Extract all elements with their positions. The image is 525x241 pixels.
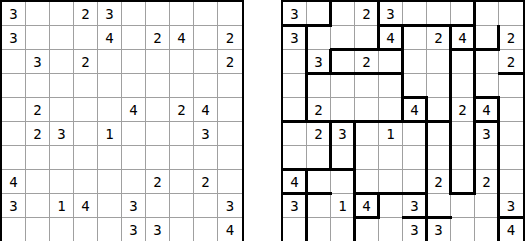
cell-r1c7: 4 <box>170 26 194 50</box>
cell-r9c7 <box>451 218 475 241</box>
cell-r3c3 <box>355 74 379 98</box>
cell-r1c7: 4 <box>451 26 475 50</box>
clue-number: 3 <box>9 31 17 45</box>
cell-r2c0 <box>2 50 26 74</box>
clue-number: 1 <box>57 199 65 213</box>
cell-r8c2: 1 <box>331 194 355 218</box>
cell-r2c9: 2 <box>218 50 242 74</box>
cell-r5c9 <box>218 122 242 146</box>
solution-cells: 323342423222424231342231433334 <box>283 2 523 241</box>
clue-number: 2 <box>507 55 515 69</box>
cell-r5c3 <box>74 122 98 146</box>
clue-number: 3 <box>386 7 394 21</box>
cell-r9c8 <box>194 218 218 241</box>
clue-number: 4 <box>290 175 298 189</box>
cell-r1c2 <box>331 26 355 50</box>
cell-r0c8 <box>194 2 218 26</box>
cell-r5c2: 3 <box>50 122 74 146</box>
cell-r6c8 <box>194 146 218 170</box>
cell-r7c7 <box>451 170 475 194</box>
cell-r3c1 <box>307 74 331 98</box>
cell-r6c6 <box>427 146 451 170</box>
clue-number: 3 <box>226 199 234 213</box>
cell-r4c2 <box>331 98 355 122</box>
clue-number: 3 <box>410 199 418 213</box>
cell-r8c7 <box>170 194 194 218</box>
cell-r7c6: 2 <box>427 170 451 194</box>
clue-number: 1 <box>386 127 394 141</box>
cell-r9c1 <box>307 218 331 241</box>
cell-r3c8 <box>194 74 218 98</box>
clue-number: 3 <box>201 127 209 141</box>
cell-r7c5 <box>122 170 146 194</box>
cell-r5c2: 3 <box>331 122 355 146</box>
clue-number: 2 <box>177 103 185 117</box>
cell-r0c9 <box>499 2 523 26</box>
cell-r5c0 <box>283 122 307 146</box>
cell-r7c0: 4 <box>283 170 307 194</box>
cell-r8c0: 3 <box>283 194 307 218</box>
cell-r4c3 <box>355 98 379 122</box>
cell-r5c9 <box>499 122 523 146</box>
cell-r4c8: 4 <box>475 98 499 122</box>
cell-r3c1 <box>26 74 50 98</box>
clue-number: 4 <box>362 199 370 213</box>
clue-number: 4 <box>105 31 113 45</box>
cell-r5c8: 3 <box>475 122 499 146</box>
cell-r9c6: 3 <box>146 218 170 241</box>
cell-r2c7 <box>170 50 194 74</box>
cell-r2c3: 2 <box>355 50 379 74</box>
cell-r4c4 <box>98 98 122 122</box>
clue-number: 4 <box>410 103 418 117</box>
clue-number: 2 <box>33 103 41 117</box>
cell-r7c8: 2 <box>194 170 218 194</box>
cell-r5c4: 1 <box>379 122 403 146</box>
cell-r6c3 <box>355 146 379 170</box>
cell-r0c5 <box>403 2 427 26</box>
clue-number: 2 <box>81 7 89 21</box>
cell-r4c8: 4 <box>194 98 218 122</box>
cell-r8c4 <box>379 194 403 218</box>
cell-r0c5 <box>122 2 146 26</box>
cell-r5c7 <box>451 122 475 146</box>
cell-r4c4 <box>379 98 403 122</box>
clue-number: 3 <box>410 223 418 237</box>
cell-r7c5 <box>403 170 427 194</box>
cell-r7c2 <box>331 170 355 194</box>
cell-r8c8 <box>194 194 218 218</box>
clue-number: 3 <box>290 31 298 45</box>
cell-r0c2 <box>50 2 74 26</box>
cell-r7c1 <box>26 170 50 194</box>
cell-r1c5 <box>403 26 427 50</box>
cell-r6c5 <box>122 146 146 170</box>
clue-number: 4 <box>81 199 89 213</box>
cell-r2c5 <box>403 50 427 74</box>
clue-number: 2 <box>434 175 442 189</box>
clue-number: 3 <box>129 199 137 213</box>
clue-number: 2 <box>314 127 322 141</box>
cell-r9c9: 4 <box>218 218 242 241</box>
cell-r0c1 <box>26 2 50 26</box>
cell-r0c3: 2 <box>74 2 98 26</box>
cell-r4c9 <box>218 98 242 122</box>
cell-r6c7 <box>170 146 194 170</box>
cell-r0c1 <box>307 2 331 26</box>
cell-r8c0: 3 <box>2 194 26 218</box>
clue-number: 3 <box>9 199 17 213</box>
cell-r9c2 <box>50 218 74 241</box>
cell-r6c3 <box>74 146 98 170</box>
cell-r1c4: 4 <box>379 26 403 50</box>
cell-r5c1: 2 <box>26 122 50 146</box>
cell-r7c3 <box>74 170 98 194</box>
cell-r4c7: 2 <box>170 98 194 122</box>
clue-number: 4 <box>201 103 209 117</box>
cell-r0c7 <box>451 2 475 26</box>
cell-r7c0: 4 <box>2 170 26 194</box>
cell-r2c8 <box>475 50 499 74</box>
cell-r6c0 <box>283 146 307 170</box>
cell-r1c0: 3 <box>2 26 26 50</box>
clue-number: 2 <box>507 31 515 45</box>
clue-number: 3 <box>9 7 17 21</box>
cell-r4c2 <box>50 98 74 122</box>
cell-r7c2 <box>50 170 74 194</box>
cell-r2c6 <box>427 50 451 74</box>
cell-r5c4: 1 <box>98 122 122 146</box>
clue-number: 1 <box>105 127 113 141</box>
cell-r4c1: 2 <box>307 98 331 122</box>
clue-number: 4 <box>482 103 490 117</box>
cell-r0c6 <box>427 2 451 26</box>
cell-r1c5 <box>122 26 146 50</box>
cell-r3c3 <box>74 74 98 98</box>
clue-number: 3 <box>57 127 65 141</box>
clue-number: 2 <box>153 175 161 189</box>
cell-r9c5: 3 <box>122 218 146 241</box>
clue-number: 4 <box>458 31 466 45</box>
cell-r9c6: 3 <box>427 218 451 241</box>
clue-number: 4 <box>386 31 394 45</box>
cell-r0c0: 3 <box>283 2 307 26</box>
problem-cells: 323342423222424231342231433334 <box>2 2 242 241</box>
cell-r9c7 <box>170 218 194 241</box>
cell-r4c7: 2 <box>451 98 475 122</box>
cell-r5c3 <box>355 122 379 146</box>
cell-r2c2 <box>331 50 355 74</box>
cell-r9c3 <box>355 218 379 241</box>
cell-r9c3 <box>74 218 98 241</box>
cell-r6c1 <box>26 146 50 170</box>
cell-r7c6: 2 <box>146 170 170 194</box>
cell-r8c4 <box>98 194 122 218</box>
cell-r0c2 <box>331 2 355 26</box>
cell-r1c9: 2 <box>499 26 523 50</box>
cell-r2c5 <box>122 50 146 74</box>
clue-number: 2 <box>434 31 442 45</box>
cell-r1c0: 3 <box>283 26 307 50</box>
cell-r8c6 <box>146 194 170 218</box>
cell-r5c5 <box>122 122 146 146</box>
border-block-puzzle-diagram: 323342423222424231342231433334 323342423… <box>0 0 525 241</box>
cell-r3c2 <box>331 74 355 98</box>
cell-r3c9 <box>499 74 523 98</box>
cell-r1c6: 2 <box>146 26 170 50</box>
cell-r0c4: 3 <box>98 2 122 26</box>
cell-r9c4 <box>98 218 122 241</box>
cell-r6c2 <box>50 146 74 170</box>
clue-number: 2 <box>33 127 41 141</box>
cell-r1c4: 4 <box>98 26 122 50</box>
clue-number: 4 <box>507 223 515 237</box>
cell-r0c4: 3 <box>379 2 403 26</box>
cell-r0c3: 2 <box>355 2 379 26</box>
clue-number: 3 <box>290 199 298 213</box>
clue-number: 2 <box>226 31 234 45</box>
clue-number: 2 <box>153 31 161 45</box>
cell-r8c5: 3 <box>122 194 146 218</box>
cell-r6c5 <box>403 146 427 170</box>
clue-number: 3 <box>482 127 490 141</box>
cell-r5c8: 3 <box>194 122 218 146</box>
clue-number: 3 <box>105 7 113 21</box>
clue-number: 3 <box>129 223 137 237</box>
cell-r4c9 <box>499 98 523 122</box>
cell-r2c0 <box>283 50 307 74</box>
cell-r8c7 <box>451 194 475 218</box>
cell-r1c6: 2 <box>427 26 451 50</box>
cell-r6c6 <box>146 146 170 170</box>
cell-r8c5: 3 <box>403 194 427 218</box>
cell-r4c1: 2 <box>26 98 50 122</box>
cell-r7c3 <box>355 170 379 194</box>
cell-r2c2 <box>50 50 74 74</box>
cell-r2c1: 3 <box>26 50 50 74</box>
cell-r8c8 <box>475 194 499 218</box>
cell-r4c3 <box>74 98 98 122</box>
cell-r5c6 <box>146 122 170 146</box>
cell-r6c7 <box>451 146 475 170</box>
cell-r7c4 <box>379 170 403 194</box>
cell-r7c7 <box>170 170 194 194</box>
clue-number: 3 <box>153 223 161 237</box>
clue-number: 2 <box>226 55 234 69</box>
cell-r6c9 <box>499 146 523 170</box>
cell-r7c8: 2 <box>475 170 499 194</box>
cell-r9c1 <box>26 218 50 241</box>
cell-r0c6 <box>146 2 170 26</box>
cell-r8c9: 3 <box>499 194 523 218</box>
cell-r6c1 <box>307 146 331 170</box>
cell-r3c6 <box>146 74 170 98</box>
cell-r4c0 <box>283 98 307 122</box>
clue-number: 4 <box>9 175 17 189</box>
cell-r3c7 <box>451 74 475 98</box>
cell-r2c9: 2 <box>499 50 523 74</box>
cell-r8c1 <box>26 194 50 218</box>
cell-r3c7 <box>170 74 194 98</box>
cell-r3c5 <box>122 74 146 98</box>
cell-r2c1: 3 <box>307 50 331 74</box>
clue-number: 2 <box>201 175 209 189</box>
clue-number: 2 <box>482 175 490 189</box>
clue-number: 2 <box>458 103 466 117</box>
cell-r9c0 <box>2 218 26 241</box>
clue-number: 2 <box>362 7 370 21</box>
cell-r0c8 <box>475 2 499 26</box>
cell-r9c8 <box>475 218 499 241</box>
clue-number: 2 <box>362 55 370 69</box>
cell-r7c4 <box>98 170 122 194</box>
cell-r5c6 <box>427 122 451 146</box>
cell-r5c5 <box>403 122 427 146</box>
cell-r5c7 <box>170 122 194 146</box>
cell-r3c0 <box>283 74 307 98</box>
cell-r9c2 <box>331 218 355 241</box>
clue-number: 1 <box>338 199 346 213</box>
clue-number: 3 <box>507 199 515 213</box>
cell-r6c2 <box>331 146 355 170</box>
clue-number: 2 <box>81 55 89 69</box>
cell-r2c4 <box>98 50 122 74</box>
cell-r7c9 <box>499 170 523 194</box>
cell-r4c0 <box>2 98 26 122</box>
cell-r3c0 <box>2 74 26 98</box>
cell-r6c4 <box>98 146 122 170</box>
cell-r3c8 <box>475 74 499 98</box>
cell-r7c9 <box>218 170 242 194</box>
cell-r6c0 <box>2 146 26 170</box>
cell-r4c5: 4 <box>122 98 146 122</box>
cell-r4c6 <box>427 98 451 122</box>
clue-number: 4 <box>226 223 234 237</box>
cell-r3c6 <box>427 74 451 98</box>
cell-r2c3: 2 <box>74 50 98 74</box>
cell-r2c7 <box>451 50 475 74</box>
clue-number: 3 <box>314 55 322 69</box>
cell-r1c1 <box>26 26 50 50</box>
cell-r3c4 <box>98 74 122 98</box>
cell-r9c4 <box>379 218 403 241</box>
cell-r0c0: 3 <box>2 2 26 26</box>
cell-r8c2: 1 <box>50 194 74 218</box>
cell-r6c9 <box>218 146 242 170</box>
cell-r3c5 <box>403 74 427 98</box>
cell-r6c8 <box>475 146 499 170</box>
cell-r1c2 <box>50 26 74 50</box>
cell-r4c5: 4 <box>403 98 427 122</box>
cell-r0c9 <box>218 2 242 26</box>
cell-r8c1 <box>307 194 331 218</box>
clue-number: 3 <box>290 7 298 21</box>
cell-r1c8 <box>475 26 499 50</box>
cell-r9c5: 3 <box>403 218 427 241</box>
cell-r8c6 <box>427 194 451 218</box>
cell-r8c3: 4 <box>355 194 379 218</box>
cell-r1c8 <box>194 26 218 50</box>
cell-r3c2 <box>50 74 74 98</box>
clue-number: 3 <box>338 127 346 141</box>
clue-number: 3 <box>33 55 41 69</box>
cell-r4c6 <box>146 98 170 122</box>
cell-r5c0 <box>2 122 26 146</box>
cell-r9c0 <box>283 218 307 241</box>
cell-r1c9: 2 <box>218 26 242 50</box>
cell-r3c9 <box>218 74 242 98</box>
cell-r2c4 <box>379 50 403 74</box>
cell-r2c8 <box>194 50 218 74</box>
cell-r7c1 <box>307 170 331 194</box>
cell-r0c7 <box>170 2 194 26</box>
solution-board: 323342423222424231342231433334 <box>281 0 525 241</box>
cell-r6c4 <box>379 146 403 170</box>
clue-number: 3 <box>434 223 442 237</box>
cell-r3c4 <box>379 74 403 98</box>
cell-r9c9: 4 <box>499 218 523 241</box>
clue-number: 4 <box>129 103 137 117</box>
cell-r5c1: 2 <box>307 122 331 146</box>
cell-r1c1 <box>307 26 331 50</box>
problem-board: 323342423222424231342231433334 <box>0 0 244 241</box>
clue-number: 2 <box>314 103 322 117</box>
cell-r1c3 <box>74 26 98 50</box>
cell-r1c3 <box>355 26 379 50</box>
clue-number: 4 <box>177 31 185 45</box>
cell-r8c3: 4 <box>74 194 98 218</box>
cell-r8c9: 3 <box>218 194 242 218</box>
cell-r2c6 <box>146 50 170 74</box>
